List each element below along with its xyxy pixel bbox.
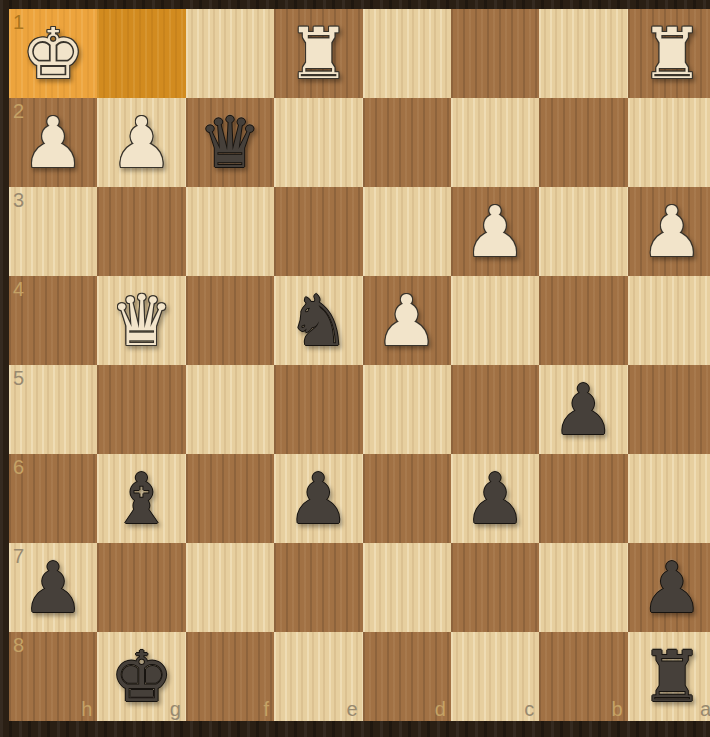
square-a7[interactable]: ♟ xyxy=(628,543,710,632)
black-king-g8[interactable]: ♚ xyxy=(97,632,185,721)
square-c6[interactable]: ♟ xyxy=(451,454,539,543)
white-queen-g4[interactable]: ♛ xyxy=(97,276,185,365)
white-pawn-g2[interactable]: ♟ xyxy=(97,98,185,187)
square-b3[interactable] xyxy=(539,187,627,276)
chess-board[interactable]: 1♚♜♜2♟♟♛3♟♟4♛♞♟5♟6♝♟♟7♟♟8hg♚fedcba♜ xyxy=(9,9,710,721)
square-d5[interactable] xyxy=(363,365,451,454)
square-f3[interactable] xyxy=(186,187,274,276)
white-rook-e1[interactable]: ♜ xyxy=(274,9,362,98)
white-pawn-c3[interactable]: ♟ xyxy=(451,187,539,276)
square-c7[interactable] xyxy=(451,543,539,632)
square-a6[interactable] xyxy=(628,454,710,543)
square-h7[interactable]: 7♟ xyxy=(9,543,97,632)
square-b2[interactable] xyxy=(539,98,627,187)
black-pawn-e6[interactable]: ♟ xyxy=(274,454,362,543)
square-b1[interactable] xyxy=(539,9,627,98)
square-f8[interactable]: f xyxy=(186,632,274,721)
square-c8[interactable]: c xyxy=(451,632,539,721)
square-d3[interactable] xyxy=(363,187,451,276)
square-a5[interactable] xyxy=(628,365,710,454)
square-e3[interactable] xyxy=(274,187,362,276)
square-d1[interactable] xyxy=(363,9,451,98)
square-c3[interactable]: ♟ xyxy=(451,187,539,276)
rank-label-4: 4 xyxy=(13,279,24,299)
square-d6[interactable] xyxy=(363,454,451,543)
square-g4[interactable]: ♛ xyxy=(97,276,185,365)
square-b5[interactable]: ♟ xyxy=(539,365,627,454)
square-a1[interactable]: ♜ xyxy=(628,9,710,98)
square-h6[interactable]: 6 xyxy=(9,454,97,543)
square-d7[interactable] xyxy=(363,543,451,632)
square-f7[interactable] xyxy=(186,543,274,632)
square-a3[interactable]: ♟ xyxy=(628,187,710,276)
square-g2[interactable]: ♟ xyxy=(97,98,185,187)
square-g5[interactable] xyxy=(97,365,185,454)
file-label-h: h xyxy=(81,699,92,719)
square-g1[interactable] xyxy=(97,9,185,98)
black-pawn-b5[interactable]: ♟ xyxy=(539,365,627,454)
black-rook-a8[interactable]: ♜ xyxy=(628,632,710,721)
board-frame: 1♚♜♜2♟♟♛3♟♟4♛♞♟5♟6♝♟♟7♟♟8hg♚fedcba♜ xyxy=(0,0,710,737)
rank-label-5: 5 xyxy=(13,368,24,388)
square-c4[interactable] xyxy=(451,276,539,365)
square-g8[interactable]: g♚ xyxy=(97,632,185,721)
square-e7[interactable] xyxy=(274,543,362,632)
white-rook-a1[interactable]: ♜ xyxy=(628,9,710,98)
square-b7[interactable] xyxy=(539,543,627,632)
square-c2[interactable] xyxy=(451,98,539,187)
square-a4[interactable] xyxy=(628,276,710,365)
white-pawn-h2[interactable]: ♟ xyxy=(9,98,97,187)
square-h3[interactable]: 3 xyxy=(9,187,97,276)
rank-label-8: 8 xyxy=(13,635,24,655)
square-c1[interactable] xyxy=(451,9,539,98)
square-e6[interactable]: ♟ xyxy=(274,454,362,543)
black-pawn-a7[interactable]: ♟ xyxy=(628,543,710,632)
square-e5[interactable] xyxy=(274,365,362,454)
square-h5[interactable]: 5 xyxy=(9,365,97,454)
square-b4[interactable] xyxy=(539,276,627,365)
rank-label-3: 3 xyxy=(13,190,24,210)
square-e8[interactable]: e xyxy=(274,632,362,721)
square-g3[interactable] xyxy=(97,187,185,276)
file-label-c: c xyxy=(524,699,534,719)
file-label-f: f xyxy=(264,699,270,719)
square-f2[interactable]: ♛ xyxy=(186,98,274,187)
square-h4[interactable]: 4 xyxy=(9,276,97,365)
square-e1[interactable]: ♜ xyxy=(274,9,362,98)
square-h1[interactable]: 1♚ xyxy=(9,9,97,98)
file-label-d: d xyxy=(435,699,446,719)
square-e4[interactable]: ♞ xyxy=(274,276,362,365)
square-d4[interactable]: ♟ xyxy=(363,276,451,365)
white-pawn-d4[interactable]: ♟ xyxy=(363,276,451,365)
square-f4[interactable] xyxy=(186,276,274,365)
black-queen-f2[interactable]: ♛ xyxy=(186,98,274,187)
file-label-b: b xyxy=(612,699,623,719)
square-f6[interactable] xyxy=(186,454,274,543)
black-bishop-g6[interactable]: ♝ xyxy=(97,454,185,543)
rank-label-6: 6 xyxy=(13,457,24,477)
white-pawn-a3[interactable]: ♟ xyxy=(628,187,710,276)
square-b8[interactable]: b xyxy=(539,632,627,721)
file-label-e: e xyxy=(346,699,357,719)
square-b6[interactable] xyxy=(539,454,627,543)
square-d2[interactable] xyxy=(363,98,451,187)
square-e2[interactable] xyxy=(274,98,362,187)
white-king-h1[interactable]: ♚ xyxy=(9,9,97,98)
square-h2[interactable]: 2♟ xyxy=(9,98,97,187)
square-d8[interactable]: d xyxy=(363,632,451,721)
square-c5[interactable] xyxy=(451,365,539,454)
square-g6[interactable]: ♝ xyxy=(97,454,185,543)
square-f1[interactable] xyxy=(186,9,274,98)
black-pawn-h7[interactable]: ♟ xyxy=(9,543,97,632)
square-a8[interactable]: a♜ xyxy=(628,632,710,721)
black-knight-e4[interactable]: ♞ xyxy=(274,276,362,365)
square-g7[interactable] xyxy=(97,543,185,632)
black-pawn-c6[interactable]: ♟ xyxy=(451,454,539,543)
square-a2[interactable] xyxy=(628,98,710,187)
square-f5[interactable] xyxy=(186,365,274,454)
square-h8[interactable]: 8h xyxy=(9,632,97,721)
